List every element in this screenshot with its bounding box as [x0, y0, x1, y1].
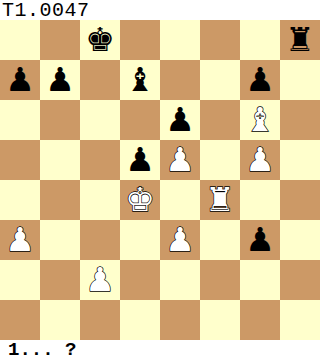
square-d7[interactable]: ♝ — [120, 60, 160, 100]
square-b3[interactable] — [40, 220, 80, 260]
square-h7[interactable] — [280, 60, 320, 100]
black-bishop: ♝ — [125, 60, 155, 100]
black-pawn: ♟ — [245, 220, 275, 260]
square-a5[interactable] — [0, 140, 40, 180]
square-f2[interactable] — [200, 260, 240, 300]
square-d6[interactable] — [120, 100, 160, 140]
square-b7[interactable]: ♟ — [40, 60, 80, 100]
square-c2[interactable]: ♟ — [80, 260, 120, 300]
square-f7[interactable] — [200, 60, 240, 100]
square-b5[interactable] — [40, 140, 80, 180]
square-e2[interactable] — [160, 260, 200, 300]
chess-board: ♚♜♟♟♝♟♟♝♟♟♟♚♜♟♟♟♟ — [0, 20, 320, 340]
white-king: ♚ — [125, 180, 155, 220]
square-a4[interactable] — [0, 180, 40, 220]
black-rook: ♜ — [285, 20, 315, 60]
square-f3[interactable] — [200, 220, 240, 260]
square-c7[interactable] — [80, 60, 120, 100]
square-c5[interactable] — [80, 140, 120, 180]
square-c4[interactable] — [80, 180, 120, 220]
square-f5[interactable] — [200, 140, 240, 180]
square-g1[interactable] — [240, 300, 280, 340]
square-e3[interactable]: ♟ — [160, 220, 200, 260]
white-pawn: ♟ — [165, 140, 195, 180]
white-pawn: ♟ — [85, 260, 115, 300]
square-g8[interactable] — [240, 20, 280, 60]
square-a1[interactable] — [0, 300, 40, 340]
black-pawn: ♟ — [45, 60, 75, 100]
white-pawn: ♟ — [5, 220, 35, 260]
square-f4[interactable]: ♜ — [200, 180, 240, 220]
square-d4[interactable]: ♚ — [120, 180, 160, 220]
square-b1[interactable] — [40, 300, 80, 340]
square-d5[interactable]: ♟ — [120, 140, 160, 180]
square-f6[interactable] — [200, 100, 240, 140]
square-e8[interactable] — [160, 20, 200, 60]
square-b6[interactable] — [40, 100, 80, 140]
square-b4[interactable] — [40, 180, 80, 220]
square-g6[interactable]: ♝ — [240, 100, 280, 140]
square-h8[interactable]: ♜ — [280, 20, 320, 60]
white-bishop: ♝ — [245, 100, 275, 140]
square-f1[interactable] — [200, 300, 240, 340]
square-b2[interactable] — [40, 260, 80, 300]
square-e5[interactable]: ♟ — [160, 140, 200, 180]
black-king: ♚ — [85, 20, 115, 60]
square-g7[interactable]: ♟ — [240, 60, 280, 100]
square-c6[interactable] — [80, 100, 120, 140]
move-prompt: 1... ? — [8, 340, 76, 360]
black-pawn: ♟ — [245, 60, 275, 100]
white-pawn: ♟ — [245, 140, 275, 180]
square-a3[interactable]: ♟ — [0, 220, 40, 260]
square-a7[interactable]: ♟ — [0, 60, 40, 100]
square-g2[interactable] — [240, 260, 280, 300]
square-g4[interactable] — [240, 180, 280, 220]
square-f8[interactable] — [200, 20, 240, 60]
black-pawn: ♟ — [5, 60, 35, 100]
square-d2[interactable] — [120, 260, 160, 300]
square-d3[interactable] — [120, 220, 160, 260]
square-e6[interactable]: ♟ — [160, 100, 200, 140]
square-d1[interactable] — [120, 300, 160, 340]
square-a6[interactable] — [0, 100, 40, 140]
square-c3[interactable] — [80, 220, 120, 260]
square-h5[interactable] — [280, 140, 320, 180]
square-g3[interactable]: ♟ — [240, 220, 280, 260]
white-rook: ♜ — [205, 180, 235, 220]
square-a8[interactable] — [0, 20, 40, 60]
square-a2[interactable] — [0, 260, 40, 300]
square-g5[interactable]: ♟ — [240, 140, 280, 180]
square-h6[interactable] — [280, 100, 320, 140]
square-e1[interactable] — [160, 300, 200, 340]
square-e7[interactable] — [160, 60, 200, 100]
square-d8[interactable] — [120, 20, 160, 60]
square-h1[interactable] — [280, 300, 320, 340]
square-c1[interactable] — [80, 300, 120, 340]
square-e4[interactable] — [160, 180, 200, 220]
black-pawn: ♟ — [165, 100, 195, 140]
black-pawn: ♟ — [125, 140, 155, 180]
white-pawn: ♟ — [165, 220, 195, 260]
puzzle-id-title: T1.0047 — [2, 0, 90, 20]
square-h4[interactable] — [280, 180, 320, 220]
square-h3[interactable] — [280, 220, 320, 260]
square-h2[interactable] — [280, 260, 320, 300]
square-b8[interactable] — [40, 20, 80, 60]
square-c8[interactable]: ♚ — [80, 20, 120, 60]
